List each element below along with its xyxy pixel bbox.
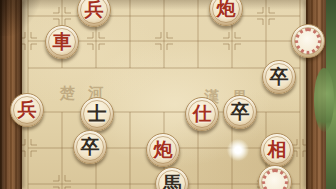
piece-glyph: 士 (88, 104, 107, 123)
piece-glyph: 馬 (163, 174, 182, 189)
piece-red-advisor-f6[interactable]: 仕 (185, 97, 219, 131)
piece-glyph: 卒 (231, 102, 250, 121)
board-top-shadow (0, 0, 336, 10)
piece-red-chariot-b4[interactable]: 車 (45, 25, 79, 59)
piece-facedown-i4[interactable] (291, 24, 325, 58)
piece-black-soldier-c7[interactable]: 卒 (73, 130, 107, 164)
foliage-branch (314, 68, 334, 132)
piece-black-advisor-c6[interactable]: 士 (80, 97, 114, 131)
piece-red-cannon-e7[interactable]: 炮 (146, 133, 180, 167)
move-indicator-dot-g7[interactable] (227, 139, 249, 161)
piece-glyph: 兵 (18, 100, 37, 119)
piece-glyph: 炮 (217, 0, 236, 18)
facedown-rim-pattern (262, 169, 288, 189)
piece-black-soldier-h5[interactable]: 卒 (262, 60, 296, 94)
top-left-corner-shadow (0, 0, 46, 36)
xiangqi-game-screen: 楚河 漢界 兵炮車卒兵士仕卒卒炮相馬 (0, 0, 336, 189)
facedown-rim-pattern (295, 28, 321, 54)
piece-glyph: 炮 (154, 140, 173, 159)
piece-red-soldier-a6[interactable]: 兵 (10, 93, 44, 127)
piece-glyph: 車 (53, 32, 72, 51)
piece-black-soldier-g6[interactable]: 卒 (223, 95, 257, 129)
piece-glyph: 卒 (81, 137, 100, 156)
piece-glyph: 卒 (270, 67, 289, 86)
piece-glyph: 兵 (85, 0, 104, 19)
piece-red-elephant-h7[interactable]: 相 (260, 133, 294, 167)
piece-glyph: 仕 (193, 104, 212, 123)
piece-glyph: 相 (268, 140, 287, 159)
